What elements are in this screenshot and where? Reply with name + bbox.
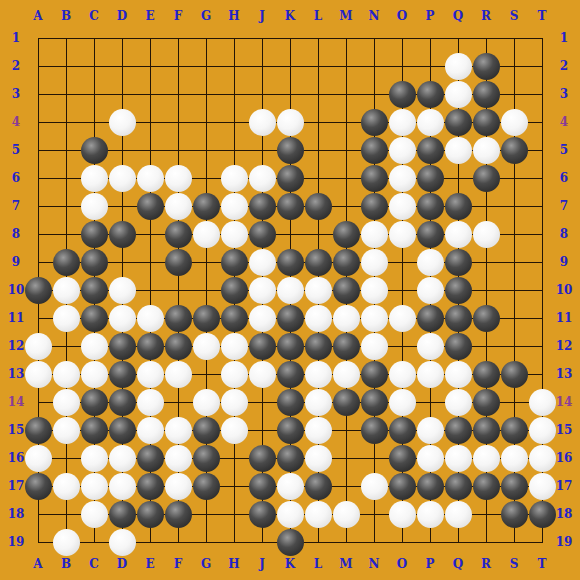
black-stone-R13[interactable] <box>473 361 500 388</box>
black-stone-C9[interactable] <box>81 249 108 276</box>
black-stone-C11[interactable] <box>81 305 108 332</box>
white-stone-P12[interactable] <box>417 333 444 360</box>
black-stone-J16[interactable] <box>249 445 276 472</box>
black-stone-S5[interactable] <box>501 137 528 164</box>
col-label-bottom: N <box>363 556 385 572</box>
black-stone-P3[interactable] <box>417 81 444 108</box>
black-stone-J8[interactable] <box>249 221 276 248</box>
col-label-top: N <box>363 8 385 24</box>
row-label-right: 3 <box>553 86 575 102</box>
black-stone-J7[interactable] <box>249 193 276 220</box>
black-stone-A10[interactable] <box>25 277 52 304</box>
col-label-top: B <box>55 8 77 24</box>
row-label-right: 11 <box>553 310 575 326</box>
row-label-right: 1 <box>553 30 575 46</box>
black-stone-E17[interactable] <box>137 473 164 500</box>
white-stone-D4[interactable] <box>109 109 136 136</box>
black-stone-K13[interactable] <box>277 361 304 388</box>
row-label-right: 9 <box>553 254 575 270</box>
white-stone-O7[interactable] <box>389 193 416 220</box>
white-stone-E11[interactable] <box>137 305 164 332</box>
black-stone-S18[interactable] <box>501 501 528 528</box>
white-stone-O13[interactable] <box>389 361 416 388</box>
row-label-left: 4 <box>5 114 27 130</box>
row-label-right: 14 <box>553 394 575 410</box>
white-stone-H7[interactable] <box>221 193 248 220</box>
black-stone-F12[interactable] <box>165 333 192 360</box>
white-stone-O4[interactable] <box>389 109 416 136</box>
white-stone-F7[interactable] <box>165 193 192 220</box>
white-stone-N11[interactable] <box>361 305 388 332</box>
white-stone-R5[interactable] <box>473 137 500 164</box>
white-stone-N8[interactable] <box>361 221 388 248</box>
black-stone-L12[interactable] <box>305 333 332 360</box>
white-stone-E15[interactable] <box>137 417 164 444</box>
col-label-bottom: O <box>391 556 413 572</box>
row-label-right: 6 <box>553 170 575 186</box>
black-stone-K7[interactable] <box>277 193 304 220</box>
black-stone-R4[interactable] <box>473 109 500 136</box>
white-stone-L10[interactable] <box>305 277 332 304</box>
white-stone-G12[interactable] <box>193 333 220 360</box>
white-stone-K17[interactable] <box>277 473 304 500</box>
black-stone-C15[interactable] <box>81 417 108 444</box>
black-stone-J12[interactable] <box>249 333 276 360</box>
black-stone-C10[interactable] <box>81 277 108 304</box>
black-stone-R17[interactable] <box>473 473 500 500</box>
black-stone-O15[interactable] <box>389 417 416 444</box>
white-stone-G14[interactable] <box>193 389 220 416</box>
black-stone-K5[interactable] <box>277 137 304 164</box>
row-label-left: 14 <box>5 394 27 410</box>
black-stone-R6[interactable] <box>473 165 500 192</box>
white-stone-N10[interactable] <box>361 277 388 304</box>
col-label-top: J <box>251 8 273 24</box>
row-label-right: 16 <box>553 450 575 466</box>
black-stone-G17[interactable] <box>193 473 220 500</box>
col-label-bottom: T <box>531 556 553 572</box>
col-label-bottom: M <box>335 556 357 572</box>
white-stone-M11[interactable] <box>333 305 360 332</box>
white-stone-T17[interactable] <box>529 473 556 500</box>
black-stone-O16[interactable] <box>389 445 416 472</box>
white-stone-T16[interactable] <box>529 445 556 472</box>
col-label-bottom: K <box>279 556 301 572</box>
white-stone-J4[interactable] <box>249 109 276 136</box>
white-stone-F6[interactable] <box>165 165 192 192</box>
white-stone-J9[interactable] <box>249 249 276 276</box>
col-label-bottom: D <box>111 556 133 572</box>
black-stone-G7[interactable] <box>193 193 220 220</box>
col-label-top: H <box>223 8 245 24</box>
row-label-right: 4 <box>553 114 575 130</box>
col-label-bottom: H <box>223 556 245 572</box>
white-stone-H12[interactable] <box>221 333 248 360</box>
white-stone-L16[interactable] <box>305 445 332 472</box>
col-label-top: M <box>335 8 357 24</box>
black-stone-C8[interactable] <box>81 221 108 248</box>
white-stone-H8[interactable] <box>221 221 248 248</box>
white-stone-R8[interactable] <box>473 221 500 248</box>
black-stone-K12[interactable] <box>277 333 304 360</box>
row-label-left: 11 <box>5 310 27 326</box>
col-label-bottom: R <box>475 556 497 572</box>
black-stone-J17[interactable] <box>249 473 276 500</box>
black-stone-R15[interactable] <box>473 417 500 444</box>
black-stone-N6[interactable] <box>361 165 388 192</box>
row-label-right: 15 <box>553 422 575 438</box>
black-stone-O3[interactable] <box>389 81 416 108</box>
row-label-right: 17 <box>553 478 575 494</box>
black-stone-D18[interactable] <box>109 501 136 528</box>
black-stone-L7[interactable] <box>305 193 332 220</box>
white-stone-B13[interactable] <box>53 361 80 388</box>
white-stone-H15[interactable] <box>221 417 248 444</box>
white-stone-C12[interactable] <box>81 333 108 360</box>
white-stone-B17[interactable] <box>53 473 80 500</box>
black-stone-E12[interactable] <box>137 333 164 360</box>
black-stone-S17[interactable] <box>501 473 528 500</box>
col-label-top: L <box>307 8 329 24</box>
black-stone-J18[interactable] <box>249 501 276 528</box>
black-stone-R11[interactable] <box>473 305 500 332</box>
black-stone-R3[interactable] <box>473 81 500 108</box>
white-stone-Q2[interactable] <box>445 53 472 80</box>
black-stone-N4[interactable] <box>361 109 388 136</box>
white-stone-C6[interactable] <box>81 165 108 192</box>
black-stone-F8[interactable] <box>165 221 192 248</box>
white-stone-Q18[interactable] <box>445 501 472 528</box>
white-stone-M13[interactable] <box>333 361 360 388</box>
black-stone-M10[interactable] <box>333 277 360 304</box>
row-label-left: 8 <box>5 226 27 242</box>
row-label-left: 12 <box>5 338 27 354</box>
white-stone-G8[interactable] <box>193 221 220 248</box>
black-stone-C14[interactable] <box>81 389 108 416</box>
white-stone-B14[interactable] <box>53 389 80 416</box>
white-stone-F15[interactable] <box>165 417 192 444</box>
row-label-left: 6 <box>5 170 27 186</box>
row-label-right: 7 <box>553 198 575 214</box>
black-stone-K11[interactable] <box>277 305 304 332</box>
white-stone-H14[interactable] <box>221 389 248 416</box>
white-stone-A13[interactable] <box>25 361 52 388</box>
black-stone-D14[interactable] <box>109 389 136 416</box>
black-stone-Q12[interactable] <box>445 333 472 360</box>
col-label-top: G <box>195 8 217 24</box>
white-stone-B15[interactable] <box>53 417 80 444</box>
white-stone-D19[interactable] <box>109 529 136 556</box>
row-label-left: 17 <box>5 478 27 494</box>
black-stone-E7[interactable] <box>137 193 164 220</box>
col-label-top: S <box>503 8 525 24</box>
col-label-top: E <box>139 8 161 24</box>
white-stone-A12[interactable] <box>25 333 52 360</box>
black-stone-B9[interactable] <box>53 249 80 276</box>
row-label-right: 10 <box>553 282 575 298</box>
white-stone-F13[interactable] <box>165 361 192 388</box>
white-stone-S16[interactable] <box>501 445 528 472</box>
col-label-bottom: Q <box>447 556 469 572</box>
col-label-top: O <box>391 8 413 24</box>
white-stone-T15[interactable] <box>529 417 556 444</box>
col-label-bottom: G <box>195 556 217 572</box>
white-stone-T14[interactable] <box>529 389 556 416</box>
row-label-right: 8 <box>553 226 575 242</box>
white-stone-R16[interactable] <box>473 445 500 472</box>
white-stone-C17[interactable] <box>81 473 108 500</box>
col-label-bottom: P <box>419 556 441 572</box>
white-stone-C18[interactable] <box>81 501 108 528</box>
row-label-right: 19 <box>553 534 575 550</box>
white-stone-L15[interactable] <box>305 417 332 444</box>
black-stone-M9[interactable] <box>333 249 360 276</box>
white-stone-D11[interactable] <box>109 305 136 332</box>
black-stone-O17[interactable] <box>389 473 416 500</box>
row-label-left: 19 <box>5 534 27 550</box>
row-label-left: 16 <box>5 450 27 466</box>
white-stone-P4[interactable] <box>417 109 444 136</box>
white-stone-J10[interactable] <box>249 277 276 304</box>
black-stone-K9[interactable] <box>277 249 304 276</box>
white-stone-Q3[interactable] <box>445 81 472 108</box>
white-stone-C13[interactable] <box>81 361 108 388</box>
col-label-bottom: J <box>251 556 273 572</box>
white-stone-C7[interactable] <box>81 193 108 220</box>
col-label-top: C <box>83 8 105 24</box>
black-stone-R2[interactable] <box>473 53 500 80</box>
white-stone-L18[interactable] <box>305 501 332 528</box>
white-stone-O14[interactable] <box>389 389 416 416</box>
black-stone-G11[interactable] <box>193 305 220 332</box>
row-label-left: 1 <box>5 30 27 46</box>
white-stone-P13[interactable] <box>417 361 444 388</box>
white-stone-F17[interactable] <box>165 473 192 500</box>
white-stone-K10[interactable] <box>277 277 304 304</box>
row-label-left: 18 <box>5 506 27 522</box>
black-stone-M14[interactable] <box>333 389 360 416</box>
black-stone-L9[interactable] <box>305 249 332 276</box>
white-stone-P9[interactable] <box>417 249 444 276</box>
black-stone-P7[interactable] <box>417 193 444 220</box>
col-label-top: A <box>27 8 49 24</box>
row-label-left: 2 <box>5 58 27 74</box>
row-label-right: 2 <box>553 58 575 74</box>
white-stone-E13[interactable] <box>137 361 164 388</box>
row-label-left: 7 <box>5 198 27 214</box>
col-label-top: K <box>279 8 301 24</box>
white-stone-L13[interactable] <box>305 361 332 388</box>
black-stone-K19[interactable] <box>277 529 304 556</box>
black-stone-F18[interactable] <box>165 501 192 528</box>
col-label-top: F <box>167 8 189 24</box>
row-label-right: 12 <box>553 338 575 354</box>
black-stone-D12[interactable] <box>109 333 136 360</box>
col-label-top: R <box>475 8 497 24</box>
black-stone-D15[interactable] <box>109 417 136 444</box>
white-stone-B19[interactable] <box>53 529 80 556</box>
black-stone-A15[interactable] <box>25 417 52 444</box>
black-stone-Q15[interactable] <box>445 417 472 444</box>
white-stone-D16[interactable] <box>109 445 136 472</box>
white-stone-P18[interactable] <box>417 501 444 528</box>
white-stone-N17[interactable] <box>361 473 388 500</box>
white-stone-S4[interactable] <box>501 109 528 136</box>
black-stone-P17[interactable] <box>417 473 444 500</box>
black-stone-N7[interactable] <box>361 193 388 220</box>
white-stone-M18[interactable] <box>333 501 360 528</box>
row-label-left: 10 <box>5 282 27 298</box>
black-stone-M8[interactable] <box>333 221 360 248</box>
black-stone-C5[interactable] <box>81 137 108 164</box>
black-stone-P6[interactable] <box>417 165 444 192</box>
white-stone-O5[interactable] <box>389 137 416 164</box>
white-stone-D6[interactable] <box>109 165 136 192</box>
white-stone-E14[interactable] <box>137 389 164 416</box>
col-label-bottom: F <box>167 556 189 572</box>
black-stone-N14[interactable] <box>361 389 388 416</box>
row-label-left: 13 <box>5 366 27 382</box>
white-stone-N9[interactable] <box>361 249 388 276</box>
col-label-bottom: E <box>139 556 161 572</box>
col-label-bottom: L <box>307 556 329 572</box>
col-label-bottom: C <box>83 556 105 572</box>
white-stone-L11[interactable] <box>305 305 332 332</box>
black-stone-K15[interactable] <box>277 417 304 444</box>
col-label-top: T <box>531 8 553 24</box>
row-label-right: 13 <box>553 366 575 382</box>
black-stone-F11[interactable] <box>165 305 192 332</box>
black-stone-H11[interactable] <box>221 305 248 332</box>
white-stone-D17[interactable] <box>109 473 136 500</box>
black-stone-N13[interactable] <box>361 361 388 388</box>
black-stone-Q17[interactable] <box>445 473 472 500</box>
white-stone-H6[interactable] <box>221 165 248 192</box>
black-stone-D13[interactable] <box>109 361 136 388</box>
white-stone-E6[interactable] <box>137 165 164 192</box>
black-stone-N5[interactable] <box>361 137 388 164</box>
white-stone-Q14[interactable] <box>445 389 472 416</box>
black-stone-K16[interactable] <box>277 445 304 472</box>
black-stone-Q4[interactable] <box>445 109 472 136</box>
black-stone-Q11[interactable] <box>445 305 472 332</box>
col-label-bottom: A <box>27 556 49 572</box>
black-stone-Q7[interactable] <box>445 193 472 220</box>
black-stone-R14[interactable] <box>473 389 500 416</box>
black-stone-P8[interactable] <box>417 221 444 248</box>
black-stone-P11[interactable] <box>417 305 444 332</box>
black-stone-K14[interactable] <box>277 389 304 416</box>
white-stone-P16[interactable] <box>417 445 444 472</box>
white-stone-O6[interactable] <box>389 165 416 192</box>
row-label-right: 5 <box>553 142 575 158</box>
row-label-left: 3 <box>5 86 27 102</box>
row-label-left: 9 <box>5 254 27 270</box>
white-stone-J11[interactable] <box>249 305 276 332</box>
row-label-left: 5 <box>5 142 27 158</box>
go-board[interactable]: AABBCCDDEEFFGGHHJJKKLLMMNNOOPPQQRRSSTT11… <box>0 0 580 580</box>
white-stone-B10[interactable] <box>53 277 80 304</box>
row-label-right: 18 <box>553 506 575 522</box>
black-stone-L17[interactable] <box>305 473 332 500</box>
col-label-top: D <box>111 8 133 24</box>
row-label-left: 15 <box>5 422 27 438</box>
black-stone-G16[interactable] <box>193 445 220 472</box>
white-stone-C16[interactable] <box>81 445 108 472</box>
black-stone-D8[interactable] <box>109 221 136 248</box>
black-stone-E16[interactable] <box>137 445 164 472</box>
black-stone-Q9[interactable] <box>445 249 472 276</box>
col-label-top: Q <box>447 8 469 24</box>
white-stone-K4[interactable] <box>277 109 304 136</box>
white-stone-Q5[interactable] <box>445 137 472 164</box>
white-stone-F16[interactable] <box>165 445 192 472</box>
col-label-top: P <box>419 8 441 24</box>
white-stone-Q16[interactable] <box>445 445 472 472</box>
black-stone-K6[interactable] <box>277 165 304 192</box>
black-stone-S15[interactable] <box>501 417 528 444</box>
black-stone-H10[interactable] <box>221 277 248 304</box>
white-stone-P15[interactable] <box>417 417 444 444</box>
white-stone-O18[interactable] <box>389 501 416 528</box>
black-stone-A17[interactable] <box>25 473 52 500</box>
white-stone-A16[interactable] <box>25 445 52 472</box>
white-stone-D10[interactable] <box>109 277 136 304</box>
black-stone-F9[interactable] <box>165 249 192 276</box>
white-stone-O8[interactable] <box>389 221 416 248</box>
white-stone-B11[interactable] <box>53 305 80 332</box>
col-label-bottom: S <box>503 556 525 572</box>
black-stone-E18[interactable] <box>137 501 164 528</box>
white-stone-P10[interactable] <box>417 277 444 304</box>
white-stone-Q8[interactable] <box>445 221 472 248</box>
white-stone-Q13[interactable] <box>445 361 472 388</box>
black-stone-M12[interactable] <box>333 333 360 360</box>
black-stone-N15[interactable] <box>361 417 388 444</box>
black-stone-S13[interactable] <box>501 361 528 388</box>
black-stone-G15[interactable] <box>193 417 220 444</box>
black-stone-Q10[interactable] <box>445 277 472 304</box>
white-stone-H13[interactable] <box>221 361 248 388</box>
col-label-bottom: B <box>55 556 77 572</box>
black-stone-T18[interactable] <box>529 501 556 528</box>
white-stone-K18[interactable] <box>277 501 304 528</box>
white-stone-J6[interactable] <box>249 165 276 192</box>
black-stone-P5[interactable] <box>417 137 444 164</box>
white-stone-N12[interactable] <box>361 333 388 360</box>
black-stone-H9[interactable] <box>221 249 248 276</box>
white-stone-L14[interactable] <box>305 389 332 416</box>
white-stone-J13[interactable] <box>249 361 276 388</box>
white-stone-O11[interactable] <box>389 305 416 332</box>
